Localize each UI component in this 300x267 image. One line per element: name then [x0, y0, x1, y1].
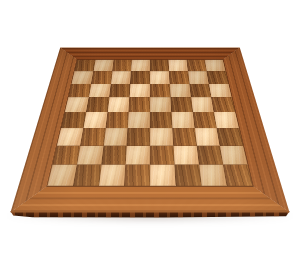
board-grid	[47, 59, 252, 185]
square-r3c5	[150, 83, 170, 97]
square-r5c7	[193, 112, 217, 128]
square-r2c6	[169, 71, 189, 84]
square-r5c5	[150, 112, 172, 128]
product-photo	[0, 0, 300, 267]
square-r5c2	[83, 112, 107, 128]
square-r3c7	[189, 83, 211, 97]
square-r1c3	[112, 59, 132, 71]
square-r5c3	[106, 112, 129, 128]
square-r5c4	[128, 112, 150, 128]
square-r4c5	[150, 97, 171, 112]
square-r8c8	[223, 164, 252, 185]
square-r3c2	[89, 83, 111, 97]
square-r6c2	[80, 128, 105, 145]
square-r7c5	[150, 145, 174, 164]
square-r2c2	[91, 71, 112, 84]
square-r1c2	[93, 59, 113, 71]
square-r6c7	[194, 128, 219, 145]
square-r5c6	[171, 112, 194, 128]
square-r8c1	[47, 164, 76, 185]
square-r3c3	[109, 83, 130, 97]
square-r1c5	[150, 59, 169, 71]
square-r7c6	[173, 145, 199, 164]
square-r2c1	[71, 71, 93, 84]
square-r1c8	[205, 59, 226, 71]
square-r4c2	[86, 97, 109, 112]
square-r1c7	[186, 59, 206, 71]
square-r8c6	[174, 164, 201, 185]
square-r5c1	[61, 112, 86, 128]
square-r4c4	[129, 97, 150, 112]
square-r2c8	[207, 71, 229, 84]
square-r3c4	[130, 83, 150, 97]
square-r5c8	[214, 112, 239, 128]
square-r8c2	[73, 164, 101, 185]
square-r3c8	[209, 83, 232, 97]
square-r2c7	[188, 71, 209, 84]
board-3d-plane	[10, 47, 289, 212]
square-r2c5	[150, 71, 170, 84]
square-r8c3	[99, 164, 126, 185]
square-r7c4	[126, 145, 150, 164]
square-r7c8	[220, 145, 248, 164]
square-r1c6	[168, 59, 188, 71]
square-r7c3	[101, 145, 127, 164]
square-r4c8	[211, 97, 235, 112]
square-r1c1	[74, 59, 95, 71]
square-r8c5	[150, 164, 176, 185]
square-r3c1	[68, 83, 91, 97]
square-r2c4	[130, 71, 150, 84]
square-r6c3	[103, 128, 127, 145]
square-r4c1	[65, 97, 89, 112]
square-r6c4	[127, 128, 150, 145]
square-r8c4	[124, 164, 150, 185]
square-r6c8	[217, 128, 243, 145]
square-r1c4	[131, 59, 150, 71]
square-r7c1	[52, 145, 80, 164]
square-r3c6	[170, 83, 191, 97]
square-r7c2	[77, 145, 104, 164]
square-r6c1	[57, 128, 83, 145]
square-r6c5	[150, 128, 173, 145]
square-r7c7	[197, 145, 224, 164]
square-r2c3	[111, 71, 131, 84]
square-r4c3	[107, 97, 129, 112]
square-r6c6	[172, 128, 196, 145]
square-r4c6	[170, 97, 192, 112]
square-r4c7	[191, 97, 214, 112]
